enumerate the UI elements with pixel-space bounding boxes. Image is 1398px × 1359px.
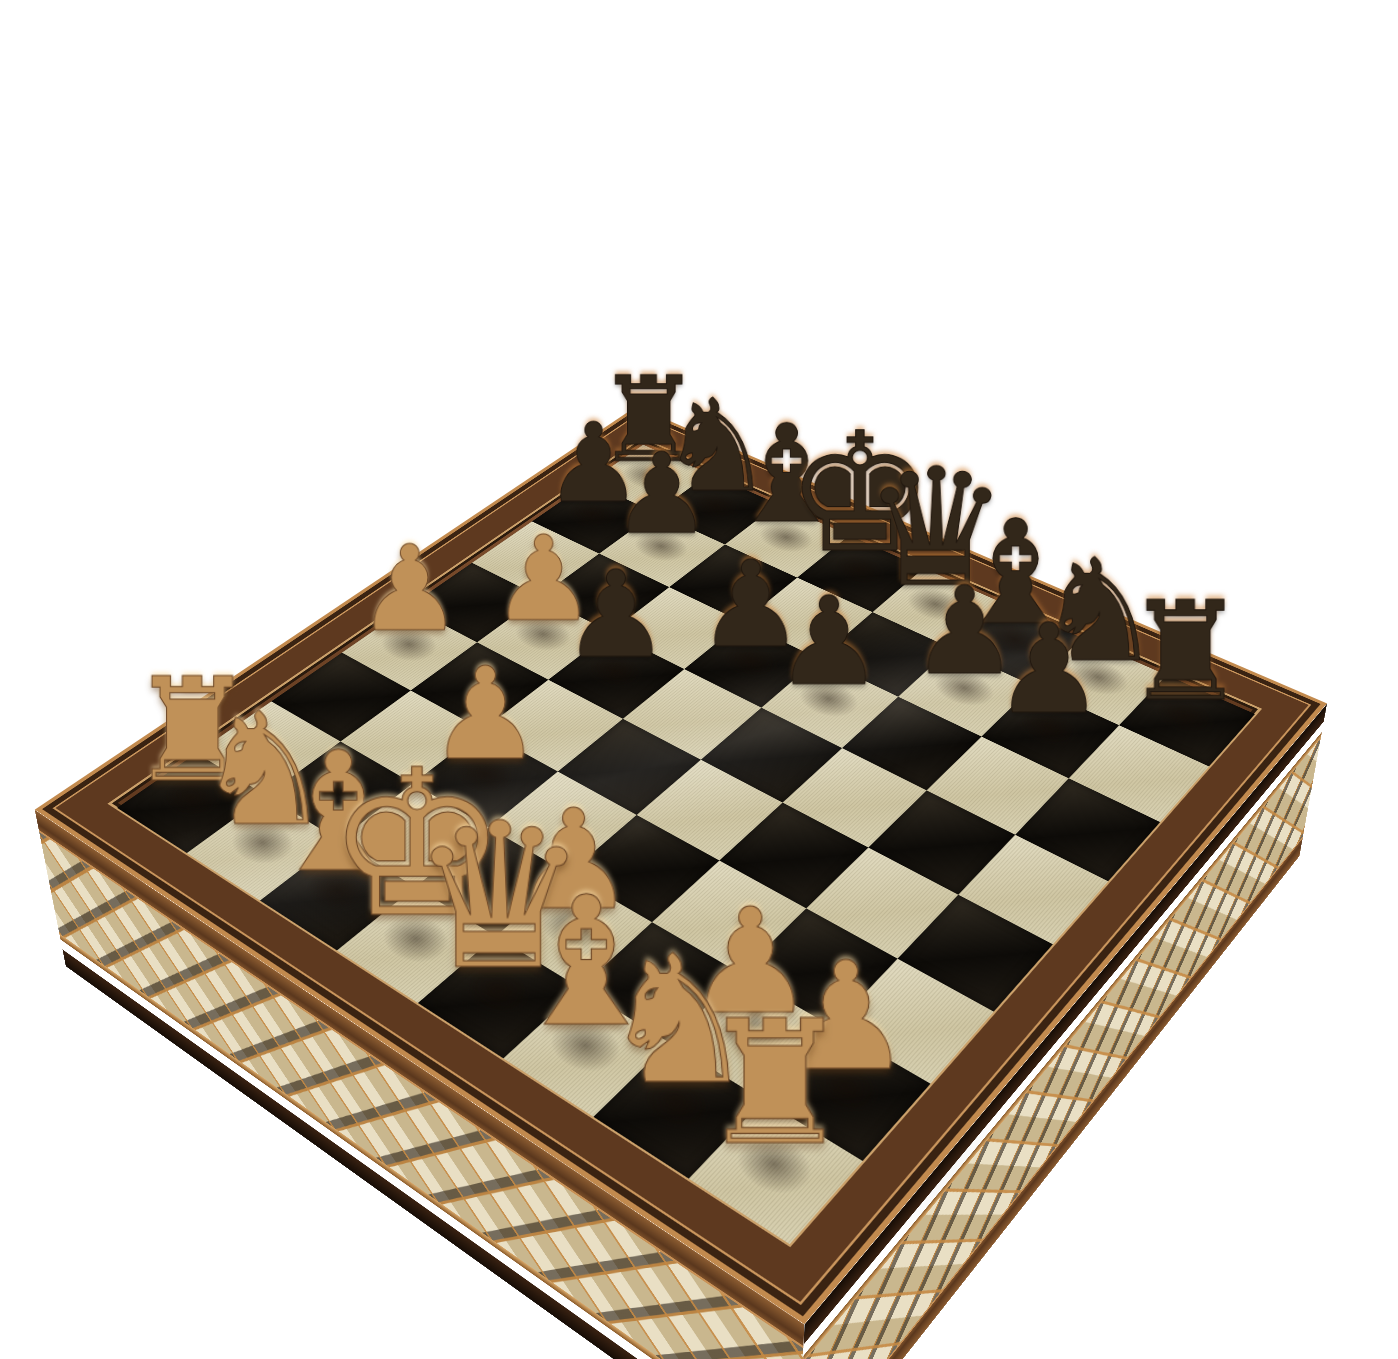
chess-board: ♜♞♝♚♛♝♞♜♟♟♟♟♟♟♟♟♟♟♟♟♟♜♞♝♚♛♝♞♜ — [35, 406, 1328, 1324]
product-photo-scene: ♜♞♝♚♛♝♞♜♟♟♟♟♟♟♟♟♟♟♟♟♟♜♞♝♚♛♝♞♜ — [0, 0, 1398, 1359]
rook-glyph: ♜ — [698, 1005, 852, 1163]
perspective-stage: ♜♞♝♚♛♝♞♜♟♟♟♟♟♟♟♟♟♟♟♟♟♜♞♝♚♛♝♞♜ — [0, 0, 1398, 1359]
